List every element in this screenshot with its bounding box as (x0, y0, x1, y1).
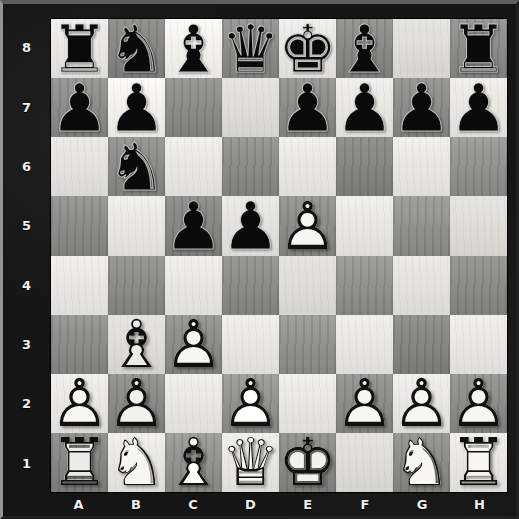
square-h5[interactable] (450, 196, 507, 255)
square-g4[interactable] (393, 256, 450, 315)
piece-white-bishop-c1[interactable]: ♝♗ (165, 433, 222, 492)
square-c5[interactable]: ♟ (165, 196, 222, 255)
square-e3[interactable] (279, 315, 336, 374)
black-piece-glyph: ♝ (165, 20, 222, 79)
square-c1[interactable]: ♝♗ (165, 433, 222, 492)
chessboard[interactable]: ♜♞♝♛♚♝♜♟♟♟♟♟♟♞♟♟♟♙♝♗♟♙♟♙♟♙♟♙♟♙♟♙♟♙♜♖♞♘♝♗… (50, 18, 508, 493)
square-f4[interactable] (336, 256, 393, 315)
piece-white-knight-g1[interactable]: ♞♘ (393, 433, 450, 492)
file-label-d: D (222, 493, 279, 516)
square-d8[interactable]: ♛ (222, 19, 279, 78)
black-piece-glyph: ♟ (450, 79, 507, 138)
piece-black-pawn-g7[interactable]: ♟ (393, 78, 450, 137)
black-piece-glyph: ♟ (393, 79, 450, 138)
piece-white-pawn-f2[interactable]: ♟♙ (336, 374, 393, 433)
square-e4[interactable] (279, 256, 336, 315)
square-f7[interactable]: ♟ (336, 78, 393, 137)
piece-black-pawn-c5[interactable]: ♟ (165, 196, 222, 255)
square-f5[interactable] (336, 196, 393, 255)
rank-label-3: 3 (3, 315, 50, 374)
square-d7[interactable] (222, 78, 279, 137)
square-e5[interactable]: ♟♙ (279, 196, 336, 255)
square-c3[interactable]: ♟♙ (165, 315, 222, 374)
file-label-e: E (279, 493, 336, 516)
piece-black-pawn-d5[interactable]: ♟ (222, 196, 279, 255)
file-label-h: H (451, 493, 508, 516)
piece-white-queen-d1[interactable]: ♛♕ (222, 433, 279, 492)
square-d5[interactable]: ♟ (222, 196, 279, 255)
rank-label-5: 5 (3, 196, 50, 255)
white-piece-outline-glyph: ♖ (51, 434, 108, 493)
file-label-b: B (107, 493, 164, 516)
piece-white-king-e1[interactable]: ♚♔ (279, 433, 336, 492)
rank-label-6: 6 (3, 137, 50, 196)
square-a4[interactable] (51, 256, 108, 315)
black-piece-glyph: ♟ (222, 197, 279, 256)
black-piece-glyph: ♟ (336, 79, 393, 138)
piece-black-knight-b6[interactable]: ♞ (108, 137, 165, 196)
chessboard-frame: 87654321 ♜♞♝♛♚♝♜♟♟♟♟♟♟♞♟♟♟♙♝♗♟♙♟♙♟♙♟♙♟♙♟… (0, 0, 519, 519)
square-a5[interactable] (51, 196, 108, 255)
rank-label-2: 2 (3, 374, 50, 433)
black-piece-glyph: ♟ (51, 79, 108, 138)
square-h1[interactable]: ♜♖ (450, 433, 507, 492)
file-label-f: F (336, 493, 393, 516)
file-label-c: C (165, 493, 222, 516)
square-b5[interactable] (108, 196, 165, 255)
square-c8[interactable]: ♝ (165, 19, 222, 78)
square-g5[interactable] (393, 196, 450, 255)
piece-white-rook-a1[interactable]: ♜♖ (51, 433, 108, 492)
square-d4[interactable] (222, 256, 279, 315)
square-h4[interactable] (450, 256, 507, 315)
white-piece-outline-glyph: ♖ (450, 434, 507, 493)
rank-label-8: 8 (3, 18, 50, 77)
piece-black-pawn-e7[interactable]: ♟ (279, 78, 336, 137)
square-b6[interactable]: ♞ (108, 137, 165, 196)
white-piece-outline-glyph: ♘ (108, 434, 165, 493)
white-piece-outline-glyph: ♗ (165, 434, 222, 493)
black-piece-glyph: ♞ (108, 138, 165, 197)
black-piece-glyph: ♟ (279, 79, 336, 138)
piece-black-pawn-a7[interactable]: ♟ (51, 78, 108, 137)
white-piece-outline-glyph: ♙ (336, 375, 393, 434)
square-b1[interactable]: ♞♘ (108, 433, 165, 492)
square-e7[interactable]: ♟ (279, 78, 336, 137)
piece-black-queen-d8[interactable]: ♛ (222, 19, 279, 78)
square-g7[interactable]: ♟ (393, 78, 450, 137)
rank-labels: 87654321 (3, 18, 50, 493)
white-piece-outline-glyph: ♕ (222, 434, 279, 493)
rank-label-4: 4 (3, 256, 50, 315)
white-piece-outline-glyph: ♙ (279, 197, 336, 256)
file-label-g: G (394, 493, 451, 516)
square-d1[interactable]: ♛♕ (222, 433, 279, 492)
piece-black-bishop-c8[interactable]: ♝ (165, 19, 222, 78)
piece-white-knight-b1[interactable]: ♞♘ (108, 433, 165, 492)
piece-white-pawn-e5[interactable]: ♟♙ (279, 196, 336, 255)
file-labels: ABCDEFGH (50, 493, 508, 516)
square-a6[interactable] (51, 137, 108, 196)
white-piece-outline-glyph: ♙ (165, 316, 222, 375)
square-c7[interactable] (165, 78, 222, 137)
white-piece-outline-glyph: ♔ (279, 434, 336, 493)
black-piece-glyph: ♟ (165, 197, 222, 256)
square-a1[interactable]: ♜♖ (51, 433, 108, 492)
black-piece-glyph: ♛ (222, 20, 279, 79)
rank-label-1: 1 (3, 434, 50, 493)
piece-white-rook-h1[interactable]: ♜♖ (450, 433, 507, 492)
piece-white-pawn-c3[interactable]: ♟♙ (165, 315, 222, 374)
rank-label-7: 7 (3, 77, 50, 136)
square-f2[interactable]: ♟♙ (336, 374, 393, 433)
square-h7[interactable]: ♟ (450, 78, 507, 137)
square-f6[interactable] (336, 137, 393, 196)
square-g6[interactable] (393, 137, 450, 196)
piece-black-pawn-f7[interactable]: ♟ (336, 78, 393, 137)
square-h6[interactable] (450, 137, 507, 196)
file-label-a: A (50, 493, 107, 516)
square-g1[interactable]: ♞♘ (393, 433, 450, 492)
square-e1[interactable]: ♚♔ (279, 433, 336, 492)
square-f1[interactable] (336, 433, 393, 492)
square-a7[interactable]: ♟ (51, 78, 108, 137)
white-piece-outline-glyph: ♘ (393, 434, 450, 493)
piece-black-pawn-h7[interactable]: ♟ (450, 78, 507, 137)
